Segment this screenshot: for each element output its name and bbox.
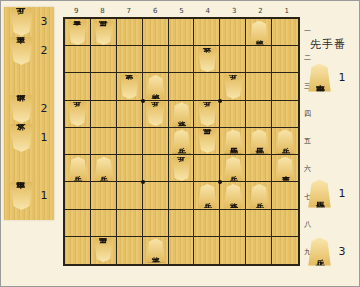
- board-square[interactable]: [272, 46, 298, 73]
- hand-piece-count: 1: [39, 189, 49, 202]
- koma-gote[interactable]: 香車: [65, 19, 91, 46]
- hand-slot[interactable]: 桂馬1: [307, 179, 357, 208]
- file-label: 8: [89, 7, 115, 16]
- koma-sente[interactable]: 金将: [169, 101, 195, 128]
- koma-kanji: 玉将: [151, 249, 159, 251]
- board-square[interactable]: [194, 210, 220, 237]
- hand-slot[interactable]: 歩兵3: [307, 237, 357, 266]
- koma-sente[interactable]: 歩兵: [220, 155, 246, 182]
- koma-kanji: 飛車: [17, 195, 26, 197]
- hand-piece-count: 1: [337, 71, 347, 84]
- koma-sente[interactable]: 歩兵: [246, 182, 272, 209]
- koma-gote[interactable]: 龍馬: [91, 237, 117, 264]
- hand-koma-sente[interactable]: 桂馬: [307, 180, 332, 208]
- board-square[interactable]: [272, 182, 298, 209]
- koma-gote[interactable]: 歩兵: [143, 101, 169, 128]
- board-square[interactable]: [194, 19, 220, 46]
- board-square[interactable]: [246, 101, 272, 128]
- hand-slot[interactable]: 飛車1: [307, 63, 357, 92]
- koma-kanji: 歩兵: [17, 21, 26, 23]
- board-square[interactable]: [272, 73, 298, 100]
- file-label: 5: [168, 7, 194, 16]
- board-square[interactable]: [117, 210, 143, 237]
- board-square[interactable]: [65, 210, 91, 237]
- koma-sente[interactable]: 玉将: [143, 237, 169, 264]
- koma-gote[interactable]: 桂馬: [194, 128, 220, 155]
- koma-kanji: 桂馬: [100, 32, 108, 34]
- board-square[interactable]: [117, 155, 143, 182]
- hand-koma-gote[interactable]: 歩兵: [9, 8, 34, 36]
- board-square[interactable]: [169, 73, 195, 100]
- board-square[interactable]: [65, 237, 91, 264]
- koma-kanji: 歩兵: [74, 113, 82, 115]
- board-square[interactable]: [194, 155, 220, 182]
- hand-slot: [307, 150, 357, 179]
- shogi-board[interactable]: 香車桂馬銀将金将玉将銀将歩兵歩兵歩兵金将歩兵歩兵桂馬龍馬桂馬歩兵歩兵歩兵歩兵歩兵…: [63, 17, 300, 266]
- file-label: 3: [221, 7, 247, 16]
- koma-kanji: 歩兵: [151, 113, 159, 115]
- hand-slot[interactable]: 銀将2: [4, 94, 54, 123]
- koma-sente[interactable]: 歩兵: [272, 128, 298, 155]
- koma-gote[interactable]: 歩兵: [220, 73, 246, 100]
- hand-slot: [4, 152, 54, 181]
- koma-gote[interactable]: 歩兵: [169, 155, 195, 182]
- koma-gote[interactable]: 金将: [194, 46, 220, 73]
- koma-kanji: 歩兵: [255, 195, 263, 197]
- board-square[interactable]: [169, 182, 195, 209]
- board-square[interactable]: [91, 210, 117, 237]
- board-square[interactable]: [220, 237, 246, 264]
- turn-indicator-label: 先手番: [310, 37, 358, 52]
- koma-sente[interactable]: 歩兵: [194, 182, 220, 209]
- koma-kanji: 香車: [74, 32, 82, 34]
- hand-koma-gote[interactable]: 香車: [9, 37, 34, 65]
- koma-gote[interactable]: 歩兵: [194, 101, 220, 128]
- hand-slot: [307, 92, 357, 121]
- board-square[interactable]: [143, 155, 169, 182]
- board-square[interactable]: [246, 237, 272, 264]
- koma-kanji: 飛車: [315, 77, 324, 79]
- board-square[interactable]: [65, 128, 91, 155]
- koma-kanji: 歩兵: [177, 141, 185, 143]
- board-square[interactable]: [272, 237, 298, 264]
- koma-sente[interactable]: 歩兵: [65, 155, 91, 182]
- hand-koma-gote[interactable]: 飛車: [9, 182, 34, 210]
- board-square[interactable]: [169, 210, 195, 237]
- board-square[interactable]: [220, 19, 246, 46]
- gote-captured-pieces-tray: 歩兵3香車2銀将2金将1飛車1: [4, 7, 54, 220]
- hand-slot: [307, 121, 357, 150]
- hand-koma-sente[interactable]: 歩兵: [307, 238, 332, 266]
- koma-kanji: 金将: [177, 113, 185, 115]
- hand-slot: [4, 65, 54, 94]
- hand-piece-count: 3: [39, 15, 49, 28]
- hand-slot[interactable]: 飛車1: [4, 181, 54, 210]
- board-square[interactable]: [220, 46, 246, 73]
- board-square[interactable]: [246, 73, 272, 100]
- koma-kanji: 金将: [17, 137, 26, 139]
- koma-kanji: 歩兵: [203, 113, 211, 115]
- koma-sente[interactable]: 銀将: [143, 73, 169, 100]
- hand-slot[interactable]: 香車2: [4, 36, 54, 65]
- file-coordinate-labels: 987654321: [63, 7, 300, 16]
- board-square[interactable]: [91, 182, 117, 209]
- file-label: 2: [247, 7, 273, 16]
- hand-koma-gote[interactable]: 銀将: [9, 95, 34, 123]
- koma-kanji: 桂馬: [255, 141, 263, 143]
- koma-kanji: 歩兵: [177, 168, 185, 170]
- koma-kanji: 歩兵: [203, 195, 211, 197]
- board-square[interactable]: [272, 101, 298, 128]
- board-square[interactable]: [143, 128, 169, 155]
- koma-kanji: 香車: [281, 168, 289, 170]
- koma-kanji: 歩兵: [315, 251, 324, 253]
- koma-kanji: 銀将: [151, 86, 159, 88]
- board-square[interactable]: [117, 101, 143, 128]
- board-square[interactable]: [169, 46, 195, 73]
- koma-kanji: 銀将: [17, 108, 26, 110]
- board-square[interactable]: [65, 182, 91, 209]
- koma-sente[interactable]: 歩兵: [91, 155, 117, 182]
- board-square[interactable]: [117, 237, 143, 264]
- board-square[interactable]: [117, 182, 143, 209]
- board-square[interactable]: [143, 210, 169, 237]
- shogi-diagram: 歩兵3香車2銀将2金将1飛車1 987654321 一二三四五六七八九 香車桂馬…: [0, 0, 360, 287]
- board-square[interactable]: [246, 155, 272, 182]
- board-square[interactable]: [91, 128, 117, 155]
- hand-slot[interactable]: 歩兵3: [4, 7, 54, 36]
- koma-kanji: 金将: [203, 59, 211, 61]
- koma-kanji: 龍馬: [100, 249, 108, 251]
- koma-kanji: 金将: [229, 195, 237, 197]
- koma-kanji: 桂馬: [315, 193, 324, 195]
- koma-sente[interactable]: 龍馬: [220, 128, 246, 155]
- hand-piece-count: 3: [337, 245, 347, 258]
- koma-kanji: 歩兵: [229, 86, 237, 88]
- koma-kanji: 玉将: [126, 86, 134, 88]
- file-label: 6: [142, 7, 168, 16]
- hand-piece-count: 2: [39, 102, 49, 115]
- hand-slot[interactable]: 金将1: [4, 123, 54, 152]
- koma-sente[interactable]: 桂馬: [246, 128, 272, 155]
- board-square[interactable]: [143, 19, 169, 46]
- board-square[interactable]: [272, 210, 298, 237]
- board-square[interactable]: [220, 210, 246, 237]
- koma-sente[interactable]: 歩兵: [169, 128, 195, 155]
- koma-kanji: 歩兵: [229, 168, 237, 170]
- file-label: 4: [195, 7, 221, 16]
- hand-koma-sente[interactable]: 飛車: [307, 64, 332, 92]
- file-label: 9: [63, 7, 89, 16]
- koma-sente[interactable]: 銀将: [246, 19, 272, 46]
- board-square[interactable]: [117, 128, 143, 155]
- board-square[interactable]: [194, 237, 220, 264]
- board-square[interactable]: [143, 182, 169, 209]
- koma-kanji: 歩兵: [74, 168, 82, 170]
- board-square[interactable]: [246, 46, 272, 73]
- koma-kanji: 銀将: [255, 32, 263, 34]
- board-square[interactable]: [194, 73, 220, 100]
- hand-slot: [307, 208, 357, 237]
- hand-piece-count: 2: [39, 44, 49, 57]
- koma-sente[interactable]: 金将: [220, 182, 246, 209]
- board-square[interactable]: [91, 46, 117, 73]
- hand-koma-gote[interactable]: 金将: [9, 124, 34, 152]
- board-square[interactable]: [91, 73, 117, 100]
- sente-captured-pieces-tray: 飛車1桂馬1歩兵3: [307, 63, 357, 266]
- board-square[interactable]: [246, 210, 272, 237]
- koma-gote[interactable]: 歩兵: [65, 101, 91, 128]
- file-label: 7: [116, 7, 142, 16]
- board-square[interactable]: [220, 101, 246, 128]
- koma-kanji: 龍馬: [229, 141, 237, 143]
- star-point: [141, 180, 145, 184]
- board-square[interactable]: [117, 19, 143, 46]
- board-square[interactable]: [169, 19, 195, 46]
- board-square[interactable]: [143, 46, 169, 73]
- board-square[interactable]: [65, 46, 91, 73]
- hand-piece-count: 1: [337, 187, 347, 200]
- koma-gote[interactable]: 桂馬: [91, 19, 117, 46]
- koma-kanji: 香車: [17, 50, 26, 52]
- koma-sente[interactable]: 香車: [272, 155, 298, 182]
- board-square[interactable]: [91, 101, 117, 128]
- koma-kanji: 桂馬: [203, 141, 211, 143]
- koma-gote[interactable]: 玉将: [117, 73, 143, 100]
- board-square[interactable]: [169, 237, 195, 264]
- board-square[interactable]: [272, 19, 298, 46]
- koma-kanji: 歩兵: [281, 141, 289, 143]
- file-label: 1: [274, 7, 300, 16]
- board-square[interactable]: [65, 73, 91, 100]
- board-square[interactable]: [117, 46, 143, 73]
- hand-piece-count: 1: [39, 131, 49, 144]
- koma-kanji: 歩兵: [100, 168, 108, 170]
